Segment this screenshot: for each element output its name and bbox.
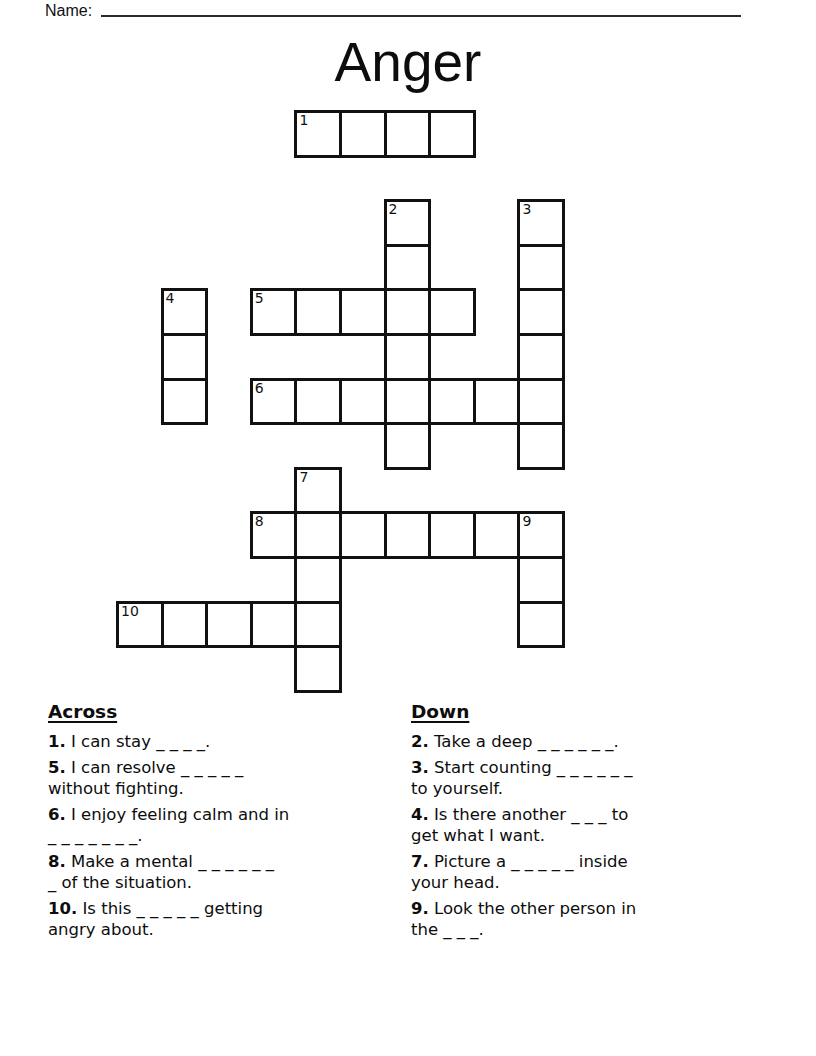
down-clue-3: 3. Start counting _ _ _ _ _ _to yourself… — [411, 757, 791, 800]
crossword-cell-r6c3[interactable]: 6 — [250, 378, 298, 426]
crossword-cell-r4c3[interactable]: 5 — [250, 288, 298, 336]
crossword-cell-r9c8[interactable] — [473, 511, 521, 559]
clue-number-6: 6 — [255, 381, 264, 396]
down-clue-2: 2. Take a deep _ _ _ _ _ _. — [411, 731, 791, 753]
crossword-cell-r0c6[interactable] — [384, 110, 432, 158]
crossword-cell-r9c3[interactable]: 8 — [250, 511, 298, 559]
puzzle-title: Anger — [0, 31, 816, 93]
clue-number-label: 9. — [411, 899, 429, 918]
across-clue-6: 6. I enjoy feeling calm and in_ _ _ _ _ … — [48, 804, 408, 847]
across-clue-1: 1. I can stay _ _ _ _. — [48, 731, 408, 753]
crossword-cell-r3c9[interactable] — [517, 244, 565, 292]
clue-number-3: 3 — [522, 202, 531, 217]
crossword-cell-r4c1[interactable]: 4 — [161, 288, 209, 336]
crossword-cell-r10c9[interactable] — [517, 556, 565, 604]
across-clue-list: 1. I can stay _ _ _ _.5. I can resolve _… — [48, 731, 408, 941]
crossword-cell-r4c4[interactable] — [294, 288, 342, 336]
clue-number-label: 4. — [411, 805, 429, 824]
crossword-cell-r11c2[interactable] — [205, 601, 253, 649]
crossword-cell-r9c6[interactable] — [384, 511, 432, 559]
crossword-cell-r5c9[interactable] — [517, 333, 565, 381]
across-clue-5: 5. I can resolve _ _ _ _ _without fighti… — [48, 757, 408, 800]
crossword-cell-r8c4[interactable]: 7 — [294, 467, 342, 515]
crossword-cell-r2c6[interactable]: 2 — [384, 199, 432, 247]
crossword-cell-r0c7[interactable] — [428, 110, 476, 158]
crossword-cell-r11c9[interactable] — [517, 601, 565, 649]
crossword-cell-r4c9[interactable] — [517, 288, 565, 336]
clue-number-4: 4 — [166, 291, 175, 306]
crossword-cell-r6c5[interactable] — [339, 378, 387, 426]
crossword-cell-r5c6[interactable] — [384, 333, 432, 381]
clue-number-label: 10. — [48, 899, 77, 918]
crossword-cell-r11c4[interactable] — [294, 601, 342, 649]
crossword-cell-r4c7[interactable] — [428, 288, 476, 336]
down-clue-9: 9. Look the other person inthe _ _ _. — [411, 898, 791, 941]
crossword-cell-r6c6[interactable] — [384, 378, 432, 426]
crossword-cell-r5c1[interactable] — [161, 333, 209, 381]
clue-number-9: 9 — [522, 514, 531, 529]
crossword-cell-r6c7[interactable] — [428, 378, 476, 426]
crossword-cell-r9c4[interactable] — [294, 511, 342, 559]
crossword-cell-r7c9[interactable] — [517, 422, 565, 470]
clue-number-label: 5. — [48, 758, 66, 777]
clue-number-2: 2 — [389, 202, 398, 217]
down-clue-7: 7. Picture a _ _ _ _ _ insideyour head. — [411, 851, 791, 894]
crossword-cell-r7c6[interactable] — [384, 422, 432, 470]
down-clues-column: Down 2. Take a deep _ _ _ _ _ _.3. Start… — [411, 700, 791, 945]
across-clue-8: 8. Make a mental _ _ _ _ _ __ of the sit… — [48, 851, 408, 894]
crossword-cell-r12c4[interactable] — [294, 645, 342, 693]
crossword-cell-r11c0[interactable]: 10 — [116, 601, 164, 649]
clue-number-label: 7. — [411, 852, 429, 871]
down-clue-4: 4. Is there another _ _ _ toget what I w… — [411, 804, 791, 847]
across-clues-column: Across 1. I can stay _ _ _ _.5. I can re… — [48, 700, 408, 945]
crossword-cell-r6c1[interactable] — [161, 378, 209, 426]
crossword-cell-r4c6[interactable] — [384, 288, 432, 336]
clue-number-label: 3. — [411, 758, 429, 777]
crossword-grid: 12345678910 — [116, 110, 568, 694]
clue-number-5: 5 — [255, 291, 264, 306]
crossword-cell-r2c9[interactable]: 3 — [517, 199, 565, 247]
across-clue-10: 10. Is this _ _ _ _ _ gettingangry about… — [48, 898, 408, 941]
across-heading: Across — [48, 700, 408, 724]
name-label: Name: — [45, 2, 92, 20]
clue-number-label: 8. — [48, 852, 66, 871]
worksheet-page: Name: Anger 12345678910 Across 1. I can … — [0, 0, 816, 1056]
crossword-cell-r6c8[interactable] — [473, 378, 521, 426]
clue-number-label: 2. — [411, 732, 429, 751]
crossword-cell-r9c7[interactable] — [428, 511, 476, 559]
name-fill-line[interactable] — [101, 1, 741, 17]
crossword-cell-r9c9[interactable]: 9 — [517, 511, 565, 559]
clue-number-1: 1 — [299, 113, 308, 128]
crossword-cell-r4c5[interactable] — [339, 288, 387, 336]
crossword-cell-r6c9[interactable] — [517, 378, 565, 426]
crossword-cell-r9c5[interactable] — [339, 511, 387, 559]
clue-number-label: 1. — [48, 732, 66, 751]
clue-number-8: 8 — [255, 514, 264, 529]
crossword-cell-r6c4[interactable] — [294, 378, 342, 426]
crossword-cell-r3c6[interactable] — [384, 244, 432, 292]
clue-number-7: 7 — [299, 470, 308, 485]
clue-number-label: 6. — [48, 805, 66, 824]
crossword-cell-r0c5[interactable] — [339, 110, 387, 158]
down-clue-list: 2. Take a deep _ _ _ _ _ _.3. Start coun… — [411, 731, 791, 941]
crossword-cell-r11c1[interactable] — [161, 601, 209, 649]
crossword-cell-r11c3[interactable] — [250, 601, 298, 649]
crossword-cell-r10c4[interactable] — [294, 556, 342, 604]
clue-number-10: 10 — [121, 604, 139, 619]
down-heading: Down — [411, 700, 791, 724]
crossword-cell-r0c4[interactable]: 1 — [294, 110, 342, 158]
